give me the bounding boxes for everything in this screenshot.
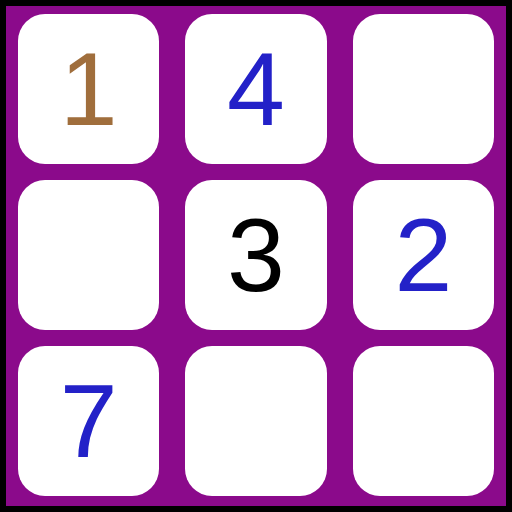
- cell-r2c0[interactable]: 7: [18, 346, 159, 496]
- puzzle-board: 1 4 3 2 7: [0, 0, 512, 512]
- cell-r2c1[interactable]: [185, 346, 326, 496]
- puzzle-screen: 1 4 3 2 7: [0, 0, 512, 512]
- cell-r1c2[interactable]: 2: [353, 180, 494, 330]
- cell-r0c1[interactable]: 4: [185, 14, 326, 164]
- cell-r1c0[interactable]: [18, 180, 159, 330]
- cell-r0c0[interactable]: 1: [18, 14, 159, 164]
- cell-r2c2[interactable]: [353, 346, 494, 496]
- cell-r0c2[interactable]: [353, 14, 494, 164]
- cell-r1c1[interactable]: 3: [185, 180, 326, 330]
